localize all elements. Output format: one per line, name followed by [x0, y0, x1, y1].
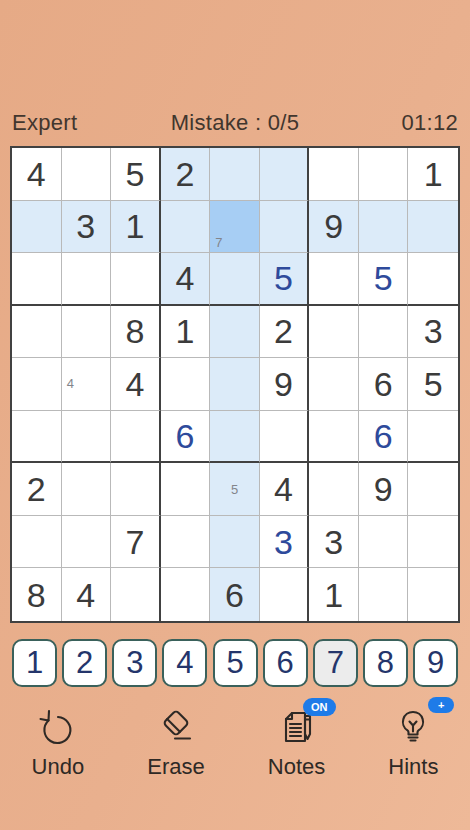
- cell-r2c7[interactable]: 9: [309, 201, 359, 254]
- cell-r4c6[interactable]: 2: [260, 306, 310, 359]
- cell-r9c8[interactable]: [359, 568, 409, 621]
- cell-r1c6[interactable]: [260, 148, 310, 201]
- cell-r6c3[interactable]: [111, 411, 161, 464]
- cell-r6c7[interactable]: [309, 411, 359, 464]
- cell-r3c1[interactable]: [12, 253, 62, 306]
- user-digit: 6: [175, 419, 194, 453]
- cell-r2c4[interactable]: [161, 201, 211, 254]
- numpad-key-9[interactable]: 9: [413, 639, 458, 687]
- cell-r4c4[interactable]: 1: [161, 306, 211, 359]
- hints-button[interactable]: + Hints: [388, 706, 438, 780]
- cell-r4c5[interactable]: [210, 306, 260, 359]
- cell-r6c5[interactable]: [210, 411, 260, 464]
- given-digit: 5: [424, 367, 443, 401]
- given-digit: 1: [175, 314, 194, 348]
- cell-r5c9[interactable]: 5: [408, 358, 458, 411]
- erase-label: Erase: [147, 754, 204, 780]
- cell-r5c7[interactable]: [309, 358, 359, 411]
- cell-r5c2[interactable]: 4: [62, 358, 112, 411]
- undo-label: Undo: [32, 754, 85, 780]
- numpad-key-1[interactable]: 1: [12, 639, 57, 687]
- cell-r8c8[interactable]: [359, 516, 409, 569]
- cell-r4c1[interactable]: [12, 306, 62, 359]
- numpad-key-5[interactable]: 5: [213, 639, 258, 687]
- cell-r7c2[interactable]: [62, 463, 112, 516]
- given-digit: 6: [374, 367, 393, 401]
- mistake-counter: Mistake : 0/5: [171, 110, 300, 136]
- cell-r6c2[interactable]: [62, 411, 112, 464]
- cell-r3c3[interactable]: [111, 253, 161, 306]
- cell-r9c6[interactable]: [260, 568, 310, 621]
- user-digit: 3: [274, 525, 293, 559]
- cell-r1c1[interactable]: 4: [12, 148, 62, 201]
- cell-r2c3[interactable]: 1: [111, 201, 161, 254]
- cell-r5c6[interactable]: 9: [260, 358, 310, 411]
- cell-r9c3[interactable]: [111, 568, 161, 621]
- cell-r7c6[interactable]: 4: [260, 463, 310, 516]
- given-digit: 4: [125, 367, 144, 401]
- cell-r7c4[interactable]: [161, 463, 211, 516]
- cell-r4c8[interactable]: [359, 306, 409, 359]
- given-digit: 8: [27, 578, 46, 612]
- cell-r1c7[interactable]: [309, 148, 359, 201]
- given-digit: 9: [274, 367, 293, 401]
- cell-r9c1[interactable]: 8: [12, 568, 62, 621]
- hints-count-badge: +: [428, 697, 454, 713]
- note-digit: 5: [227, 481, 243, 498]
- number-pad: 123456789: [12, 639, 458, 687]
- cell-r7c7[interactable]: [309, 463, 359, 516]
- undo-button[interactable]: Undo: [32, 706, 85, 780]
- cell-r2c5[interactable]: 7: [210, 201, 260, 254]
- cell-r3c4[interactable]: 4: [161, 253, 211, 306]
- given-digit: 1: [324, 578, 343, 612]
- numpad-key-6[interactable]: 6: [263, 639, 308, 687]
- cell-r5c4[interactable]: [161, 358, 211, 411]
- cell-r3c2[interactable]: [62, 253, 112, 306]
- cell-r3c9[interactable]: [408, 253, 458, 306]
- cell-r9c9[interactable]: [408, 568, 458, 621]
- cell-r4c7[interactable]: [309, 306, 359, 359]
- cell-r2c6[interactable]: [260, 201, 310, 254]
- given-digit: 6: [225, 578, 244, 612]
- cell-r9c2[interactable]: 4: [62, 568, 112, 621]
- cell-r4c2[interactable]: [62, 306, 112, 359]
- lightbulb-icon: +: [391, 706, 435, 750]
- cell-r7c3[interactable]: [111, 463, 161, 516]
- toolbar: Undo Erase: [0, 706, 470, 780]
- given-digit: 9: [324, 209, 343, 243]
- given-digit: 8: [125, 314, 144, 348]
- pencil-notes: 5: [211, 464, 258, 514]
- cell-r8c4[interactable]: [161, 516, 211, 569]
- cell-r3c7[interactable]: [309, 253, 359, 306]
- sudoku-board: 452131794558123449656625497338461: [10, 146, 460, 623]
- cell-r1c5[interactable]: [210, 148, 260, 201]
- undo-icon: [36, 706, 80, 750]
- given-digit: 3: [76, 209, 95, 243]
- cell-r9c4[interactable]: [161, 568, 211, 621]
- cell-r1c8[interactable]: [359, 148, 409, 201]
- cell-r8c3[interactable]: 7: [111, 516, 161, 569]
- numpad-key-4[interactable]: 4: [162, 639, 207, 687]
- pencil-notes: 4: [63, 359, 110, 409]
- cell-r7c8[interactable]: 9: [359, 463, 409, 516]
- cell-r5c8[interactable]: 6: [359, 358, 409, 411]
- timer: 01:12: [401, 110, 458, 136]
- given-digit: 2: [274, 314, 293, 348]
- user-digit: 5: [374, 261, 393, 295]
- cell-r8c9[interactable]: [408, 516, 458, 569]
- numpad-key-8[interactable]: 8: [363, 639, 408, 687]
- notes-label: Notes: [268, 754, 325, 780]
- given-digit: 7: [125, 525, 144, 559]
- cell-r7c5[interactable]: 5: [210, 463, 260, 516]
- given-digit: 4: [274, 472, 293, 506]
- cell-r8c1[interactable]: [12, 516, 62, 569]
- cell-r5c1[interactable]: [12, 358, 62, 411]
- cell-r6c9[interactable]: [408, 411, 458, 464]
- cell-r9c5[interactable]: 6: [210, 568, 260, 621]
- hints-label: Hints: [388, 754, 438, 780]
- notes-on-badge: ON: [303, 698, 336, 716]
- cell-r2c9[interactable]: [408, 201, 458, 254]
- cell-r8c5[interactable]: [210, 516, 260, 569]
- cell-r4c9[interactable]: 3: [408, 306, 458, 359]
- cell-r2c8[interactable]: [359, 201, 409, 254]
- numpad-key-7[interactable]: 7: [313, 639, 358, 687]
- difficulty-label: Expert: [12, 110, 77, 136]
- notes-icon: ON: [275, 706, 319, 750]
- cell-r6c4[interactable]: 6: [161, 411, 211, 464]
- cell-r9c7[interactable]: 1: [309, 568, 359, 621]
- given-digit: 5: [125, 157, 144, 191]
- cell-r7c1[interactable]: 2: [12, 463, 62, 516]
- cell-r4c3[interactable]: 8: [111, 306, 161, 359]
- given-digit: 2: [175, 157, 194, 191]
- user-digit: 5: [274, 261, 293, 295]
- given-digit: 1: [125, 209, 144, 243]
- cell-r8c6[interactable]: 3: [260, 516, 310, 569]
- given-digit: 3: [424, 314, 443, 348]
- cell-r1c2[interactable]: [62, 148, 112, 201]
- given-digit: 2: [27, 472, 46, 506]
- note-digit: 4: [63, 376, 79, 393]
- erase-button[interactable]: Erase: [147, 706, 204, 780]
- cell-r5c5[interactable]: [210, 358, 260, 411]
- status-bar: Expert Mistake : 0/5 01:12: [12, 103, 458, 143]
- eraser-icon: [154, 706, 198, 750]
- cell-r6c6[interactable]: [260, 411, 310, 464]
- cell-r7c9[interactable]: [408, 463, 458, 516]
- given-digit: 4: [76, 578, 95, 612]
- given-digit: 1: [424, 157, 443, 191]
- cell-r3c5[interactable]: [210, 253, 260, 306]
- pencil-notes: 7: [211, 202, 258, 252]
- numpad-key-3[interactable]: 3: [112, 639, 157, 687]
- given-digit: 3: [324, 525, 343, 559]
- cell-r8c2[interactable]: [62, 516, 112, 569]
- numpad-key-2[interactable]: 2: [62, 639, 107, 687]
- cell-r1c4[interactable]: 2: [161, 148, 211, 201]
- notes-button[interactable]: ON Notes: [268, 706, 325, 780]
- cell-r6c8[interactable]: 6: [359, 411, 409, 464]
- cell-r6c1[interactable]: [12, 411, 62, 464]
- user-digit: 6: [374, 419, 393, 453]
- cell-r2c2[interactable]: 3: [62, 201, 112, 254]
- note-digit: 7: [211, 235, 227, 252]
- cell-r1c9[interactable]: 1: [408, 148, 458, 201]
- given-digit: 9: [374, 472, 393, 506]
- cell-r1c3[interactable]: 5: [111, 148, 161, 201]
- cell-r2c1[interactable]: [12, 201, 62, 254]
- cell-r3c8[interactable]: 5: [359, 253, 409, 306]
- given-digit: 4: [27, 157, 46, 191]
- sudoku-app: Expert Mistake : 0/5 01:12 4521317945581…: [0, 0, 470, 830]
- cell-r5c3[interactable]: 4: [111, 358, 161, 411]
- cell-r3c6[interactable]: 5: [260, 253, 310, 306]
- cell-r8c7[interactable]: 3: [309, 516, 359, 569]
- given-digit: 4: [175, 261, 194, 295]
